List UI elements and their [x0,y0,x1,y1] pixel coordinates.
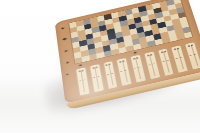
photo-background: ✦❖✶✦ ▪▪ ✶ [0,0,200,133]
game-board: ✦❖✶✦ ▪▪ ✶ [55,0,200,104]
photo-scene: ✦❖✶✦ ▪▪ ✶ [0,0,200,133]
photo-glare [55,0,200,104]
